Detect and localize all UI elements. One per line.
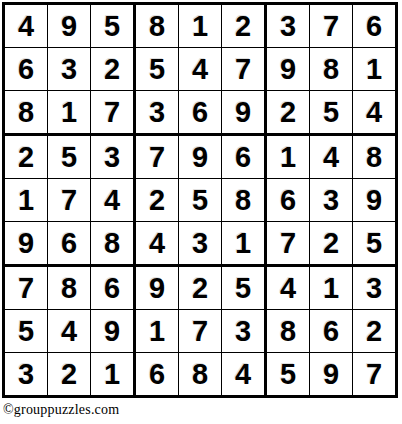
cell-r9c4[interactable]: 6 [136, 353, 179, 395]
cell-r6c8[interactable]: 2 [310, 222, 353, 267]
cell-r2c5[interactable]: 4 [179, 48, 222, 91]
cell-r8c3[interactable]: 9 [91, 310, 136, 353]
cell-r3c4[interactable]: 3 [136, 91, 179, 136]
cell-r1c6[interactable]: 2 [222, 5, 267, 48]
cell-r5c6[interactable]: 8 [222, 179, 267, 222]
cell-r2c4[interactable]: 5 [136, 48, 179, 91]
cell-r7c7[interactable]: 4 [267, 267, 310, 310]
cell-r9c2[interactable]: 2 [48, 353, 91, 395]
cell-r8c5[interactable]: 7 [179, 310, 222, 353]
cell-r6c5[interactable]: 3 [179, 222, 222, 267]
cell-r8c2[interactable]: 4 [48, 310, 91, 353]
cell-r7c5[interactable]: 2 [179, 267, 222, 310]
cell-r2c1[interactable]: 6 [5, 48, 48, 91]
cell-r1c5[interactable]: 1 [179, 5, 222, 48]
cell-r3c9[interactable]: 4 [353, 91, 395, 136]
cell-r3c5[interactable]: 6 [179, 91, 222, 136]
cell-r3c2[interactable]: 1 [48, 91, 91, 136]
cell-r5c2[interactable]: 7 [48, 179, 91, 222]
cell-r5c5[interactable]: 5 [179, 179, 222, 222]
cell-r7c9[interactable]: 3 [353, 267, 395, 310]
cell-r6c7[interactable]: 7 [267, 222, 310, 267]
cell-r1c7[interactable]: 3 [267, 5, 310, 48]
cell-r1c9[interactable]: 6 [353, 5, 395, 48]
cell-r7c6[interactable]: 5 [222, 267, 267, 310]
cell-r4c4[interactable]: 7 [136, 136, 179, 179]
cell-r7c4[interactable]: 9 [136, 267, 179, 310]
cell-r4c3[interactable]: 3 [91, 136, 136, 179]
cell-r6c6[interactable]: 1 [222, 222, 267, 267]
cell-r6c2[interactable]: 6 [48, 222, 91, 267]
cell-r1c4[interactable]: 8 [136, 5, 179, 48]
cell-r1c2[interactable]: 9 [48, 5, 91, 48]
cell-r2c3[interactable]: 2 [91, 48, 136, 91]
cell-r5c4[interactable]: 2 [136, 179, 179, 222]
cell-r4c9[interactable]: 8 [353, 136, 395, 179]
cell-r9c8[interactable]: 9 [310, 353, 353, 395]
cell-r4c8[interactable]: 4 [310, 136, 353, 179]
cell-r4c2[interactable]: 5 [48, 136, 91, 179]
cell-r2c7[interactable]: 9 [267, 48, 310, 91]
cell-r8c4[interactable]: 1 [136, 310, 179, 353]
cell-r5c8[interactable]: 3 [310, 179, 353, 222]
cell-r5c7[interactable]: 6 [267, 179, 310, 222]
cell-r6c1[interactable]: 9 [5, 222, 48, 267]
cell-r1c1[interactable]: 4 [5, 5, 48, 48]
cell-r6c4[interactable]: 4 [136, 222, 179, 267]
cell-r6c3[interactable]: 8 [91, 222, 136, 267]
cell-r8c9[interactable]: 2 [353, 310, 395, 353]
cell-r3c1[interactable]: 8 [5, 91, 48, 136]
cell-r9c1[interactable]: 3 [5, 353, 48, 395]
cell-r9c7[interactable]: 5 [267, 353, 310, 395]
cell-r5c9[interactable]: 9 [353, 179, 395, 222]
cell-r7c1[interactable]: 7 [5, 267, 48, 310]
cell-r6c9[interactable]: 5 [353, 222, 395, 267]
cell-r1c3[interactable]: 5 [91, 5, 136, 48]
cell-r3c6[interactable]: 9 [222, 91, 267, 136]
cell-r4c1[interactable]: 2 [5, 136, 48, 179]
cell-r2c2[interactable]: 3 [48, 48, 91, 91]
cell-r7c2[interactable]: 8 [48, 267, 91, 310]
cell-r3c7[interactable]: 2 [267, 91, 310, 136]
cell-r4c5[interactable]: 9 [179, 136, 222, 179]
copyright-text: ©grouppuzzles.com [3, 402, 402, 418]
cell-r9c3[interactable]: 1 [91, 353, 136, 395]
cell-r7c8[interactable]: 1 [310, 267, 353, 310]
cell-r9c6[interactable]: 4 [222, 353, 267, 395]
cell-r8c6[interactable]: 3 [222, 310, 267, 353]
cell-r2c9[interactable]: 1 [353, 48, 395, 91]
cell-r9c5[interactable]: 8 [179, 353, 222, 395]
cell-r1c8[interactable]: 7 [310, 5, 353, 48]
sudoku-board: 4958123766325479818173692542537961481742… [2, 2, 398, 398]
cell-r9c9[interactable]: 7 [353, 353, 395, 395]
cell-r2c8[interactable]: 8 [310, 48, 353, 91]
cell-r4c6[interactable]: 6 [222, 136, 267, 179]
cell-r7c3[interactable]: 6 [91, 267, 136, 310]
cell-r5c1[interactable]: 1 [5, 179, 48, 222]
cell-r8c8[interactable]: 6 [310, 310, 353, 353]
cell-r3c3[interactable]: 7 [91, 91, 136, 136]
cell-r8c1[interactable]: 5 [5, 310, 48, 353]
cell-r3c8[interactable]: 5 [310, 91, 353, 136]
cell-r5c3[interactable]: 4 [91, 179, 136, 222]
cell-r4c7[interactable]: 1 [267, 136, 310, 179]
cell-r2c6[interactable]: 7 [222, 48, 267, 91]
cell-r8c7[interactable]: 8 [267, 310, 310, 353]
